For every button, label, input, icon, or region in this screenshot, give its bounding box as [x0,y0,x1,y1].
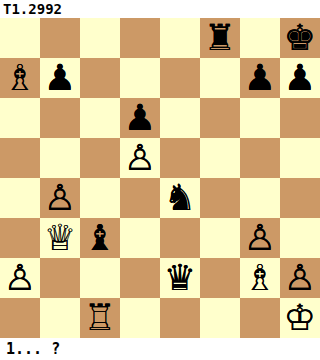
piece-white-pawn[interactable]: ♙ [244,218,276,258]
square-h6[interactable] [280,98,320,138]
piece-white-king[interactable]: ♔ [284,298,316,338]
square-f7[interactable] [200,58,240,98]
square-g1[interactable] [240,298,280,338]
square-a5[interactable] [0,138,40,178]
piece-white-pawn[interactable]: ♙ [4,258,36,298]
square-c7[interactable] [80,58,120,98]
square-f2[interactable] [200,258,240,298]
piece-black-pawn[interactable]: ♟ [44,58,76,98]
square-c3[interactable]: ♝ [80,218,120,258]
square-b7[interactable]: ♟ [40,58,80,98]
square-b5[interactable] [40,138,80,178]
square-b1[interactable] [40,298,80,338]
square-d4[interactable] [120,178,160,218]
square-b8[interactable] [40,18,80,58]
square-d3[interactable] [120,218,160,258]
piece-black-pawn[interactable]: ♟ [124,98,156,138]
square-f8[interactable]: ♜ [200,18,240,58]
piece-black-pawn[interactable]: ♟ [244,58,276,98]
square-h2[interactable]: ♙ [280,258,320,298]
move-prompt: 1... ? [0,338,320,360]
chess-board[interactable]: ♜♚♗♟♟♟♟♙♙♞♕♝♙♙♛♗♙♖♔ [0,18,320,338]
square-a8[interactable] [0,18,40,58]
square-c5[interactable] [80,138,120,178]
square-d6[interactable]: ♟ [120,98,160,138]
square-g8[interactable] [240,18,280,58]
square-c1[interactable]: ♖ [80,298,120,338]
square-a6[interactable] [0,98,40,138]
square-g5[interactable] [240,138,280,178]
square-c4[interactable] [80,178,120,218]
square-g4[interactable] [240,178,280,218]
piece-white-pawn[interactable]: ♙ [284,258,316,298]
square-e1[interactable] [160,298,200,338]
square-e4[interactable]: ♞ [160,178,200,218]
square-a7[interactable]: ♗ [0,58,40,98]
square-h8[interactable]: ♚ [280,18,320,58]
piece-white-pawn[interactable]: ♙ [44,178,76,218]
square-c6[interactable] [80,98,120,138]
piece-white-bishop[interactable]: ♗ [244,258,276,298]
piece-white-queen[interactable]: ♕ [44,218,76,258]
piece-black-queen[interactable]: ♛ [164,258,196,298]
square-e2[interactable]: ♛ [160,258,200,298]
piece-black-king[interactable]: ♚ [284,18,316,58]
square-e7[interactable] [160,58,200,98]
square-d7[interactable] [120,58,160,98]
square-h4[interactable] [280,178,320,218]
piece-white-rook[interactable]: ♖ [84,298,116,338]
square-g6[interactable] [240,98,280,138]
chess-app-window: T1.2992 ♜♚♗♟♟♟♟♙♙♞♕♝♙♙♛♗♙♖♔ 1... ? [0,0,320,360]
piece-black-bishop[interactable]: ♝ [84,218,116,258]
square-e8[interactable] [160,18,200,58]
square-d8[interactable] [120,18,160,58]
square-e5[interactable] [160,138,200,178]
square-f5[interactable] [200,138,240,178]
square-a3[interactable] [0,218,40,258]
square-h3[interactable] [280,218,320,258]
square-f4[interactable] [200,178,240,218]
square-b3[interactable]: ♕ [40,218,80,258]
square-e6[interactable] [160,98,200,138]
square-b6[interactable] [40,98,80,138]
square-f6[interactable] [200,98,240,138]
square-h1[interactable]: ♔ [280,298,320,338]
square-e3[interactable] [160,218,200,258]
square-a2[interactable]: ♙ [0,258,40,298]
square-f1[interactable] [200,298,240,338]
piece-black-pawn[interactable]: ♟ [284,58,316,98]
square-g2[interactable]: ♗ [240,258,280,298]
piece-black-knight[interactable]: ♞ [164,178,196,218]
square-a4[interactable] [0,178,40,218]
piece-white-pawn[interactable]: ♙ [124,138,156,178]
square-g7[interactable]: ♟ [240,58,280,98]
square-d5[interactable]: ♙ [120,138,160,178]
piece-white-bishop[interactable]: ♗ [4,58,36,98]
square-g3[interactable]: ♙ [240,218,280,258]
square-c8[interactable] [80,18,120,58]
square-d2[interactable] [120,258,160,298]
puzzle-title: T1.2992 [0,0,320,18]
piece-black-rook[interactable]: ♜ [204,18,236,58]
square-c2[interactable] [80,258,120,298]
square-d1[interactable] [120,298,160,338]
square-h5[interactable] [280,138,320,178]
square-a1[interactable] [0,298,40,338]
square-h7[interactable]: ♟ [280,58,320,98]
square-b2[interactable] [40,258,80,298]
square-b4[interactable]: ♙ [40,178,80,218]
square-f3[interactable] [200,218,240,258]
